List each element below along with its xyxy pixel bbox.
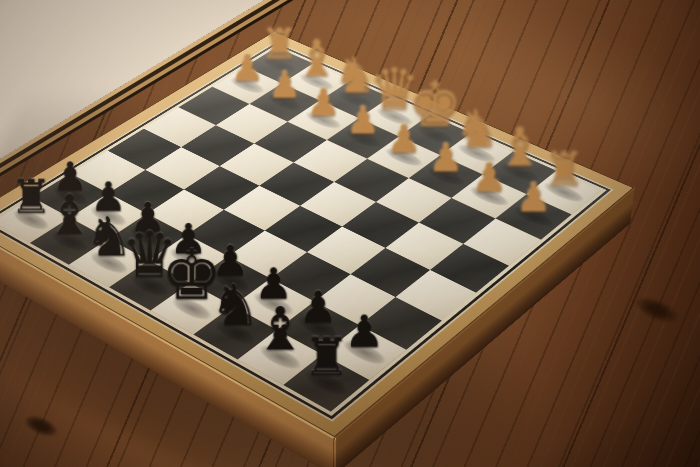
square-e4[interactable] xyxy=(300,182,376,227)
photo-stage: ♜♝♞♛♚♞♝♜♟♟♟♟♟♟♟♟♟♟♟♟♟♟♟♟♜♝♞♛♚♞♝♜ xyxy=(0,0,700,467)
piece-black-rook-h8[interactable]: ♜ xyxy=(283,355,369,412)
black-rook-icon: ♜ xyxy=(288,313,365,383)
square-h8[interactable]: ♜ xyxy=(283,355,369,412)
white-pawn-icon: ♟ xyxy=(499,154,568,217)
square-h5[interactable] xyxy=(395,270,476,321)
